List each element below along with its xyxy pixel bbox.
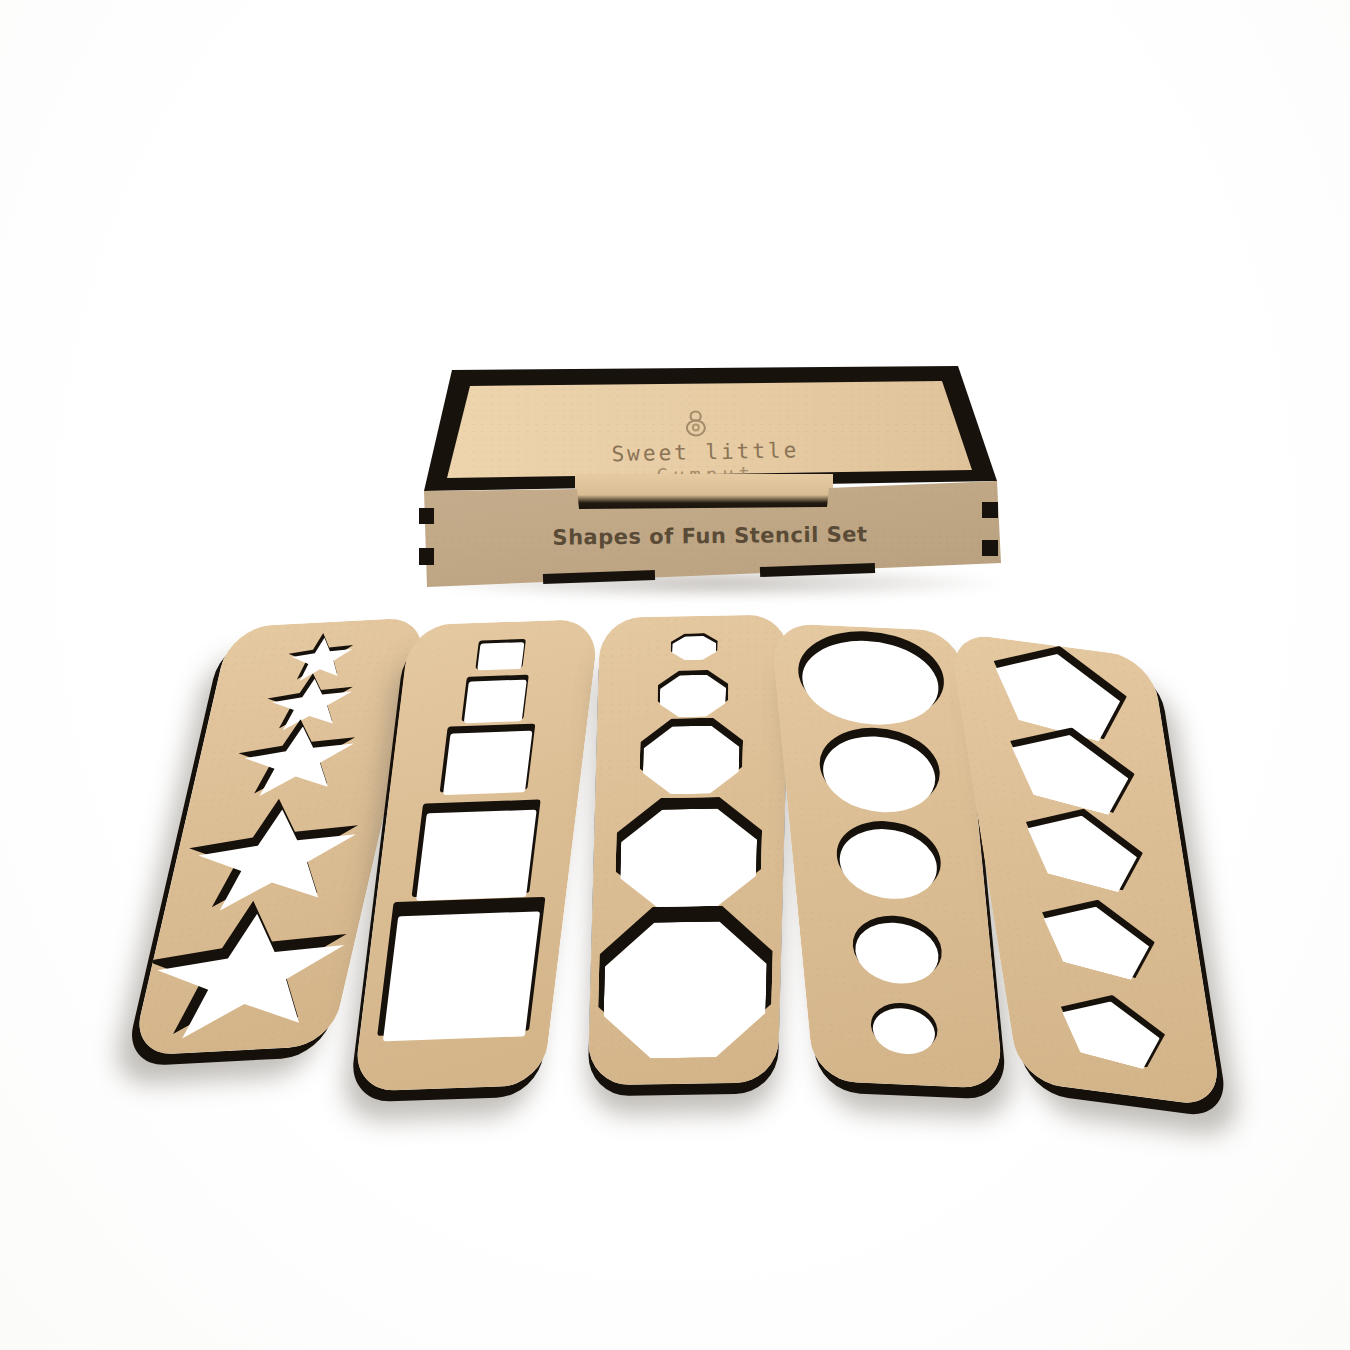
circle-cutout-5 [871,1007,937,1055]
stencil-octagons [588,614,790,1085]
octagon-cutout-1 [672,636,717,661]
circle-cutout-3 [836,827,940,901]
circle-cutout-2 [820,734,939,815]
product-photo-scene: Sweet little Gumnut Shapes of Fun Stenci… [0,0,1350,1350]
star-cutout-4 [186,798,364,919]
square-cutout-2 [464,680,527,724]
square-cutout-1 [477,642,524,670]
star-cutout-3 [236,719,359,802]
cutout-face [464,680,527,724]
pentagon-cutout-5 [1062,988,1160,1073]
octagon-cutout-3 [642,725,740,795]
circle-cutout-1 [798,638,942,728]
circle-cutout-4 [852,920,941,984]
cutout-face [383,911,540,1041]
pentagon-cutout-4 [1043,892,1150,984]
square-cutout-4 [416,810,537,901]
cutout-face [477,642,524,670]
square-cutout-3 [443,731,533,795]
square-cutout-5 [383,911,540,1041]
octagon-cutout-2 [659,674,726,717]
cutout-face [443,731,533,795]
octagon-cutout-4 [619,808,758,910]
star-cutout-5 [142,901,354,1049]
octagon-cutout-5 [602,921,768,1060]
cutout-face [416,810,537,901]
stencil-fan [0,0,1350,1350]
